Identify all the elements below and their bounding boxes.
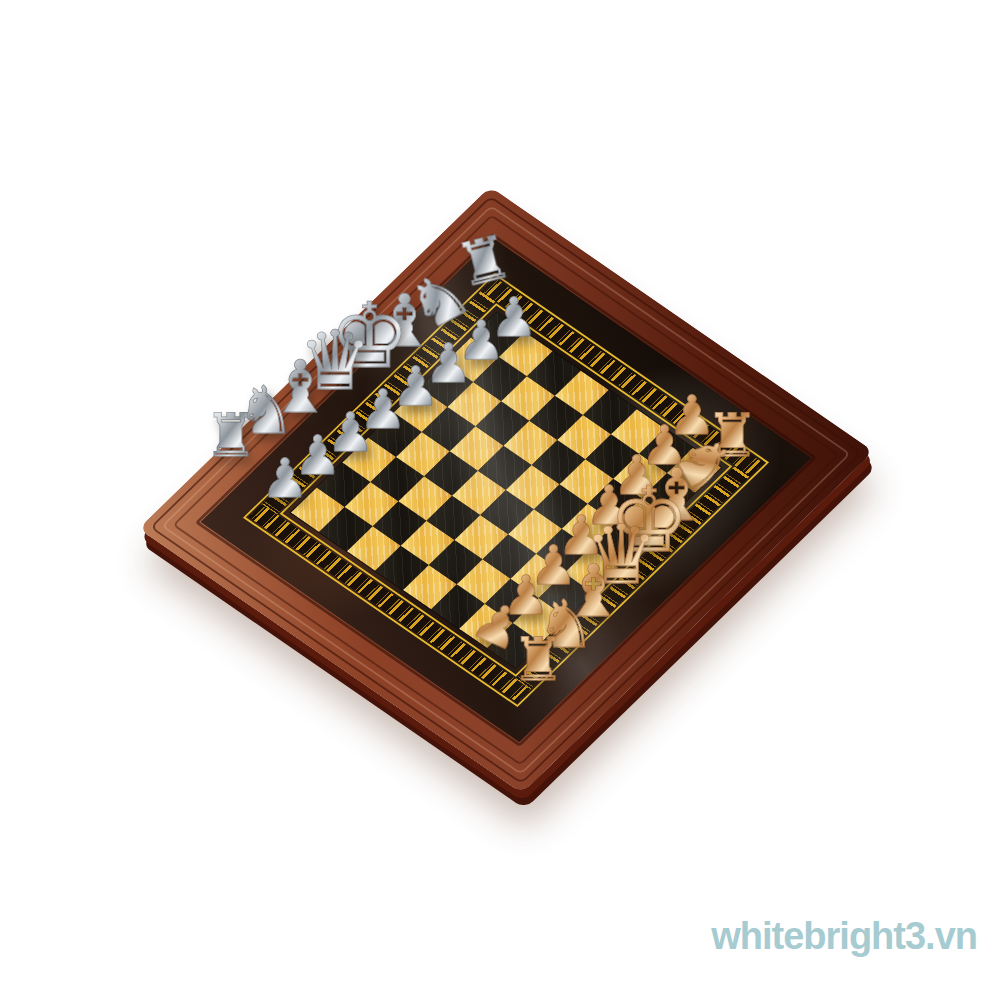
watermark-text: whitebright3.vn: [711, 915, 977, 958]
product-photo-scene: ♜♞♝♛♚♝♞♜♟♟♟♟♟♟♟♟♟♟♟♟♟♟♟♟♜♞♝♛♚♝♞♜ whitebr…: [0, 0, 1002, 1002]
silver-rook[interactable]: ♜: [204, 404, 258, 464]
gold-rook[interactable]: ♜: [511, 629, 565, 689]
silver-pawn[interactable]: ♟: [261, 452, 309, 506]
